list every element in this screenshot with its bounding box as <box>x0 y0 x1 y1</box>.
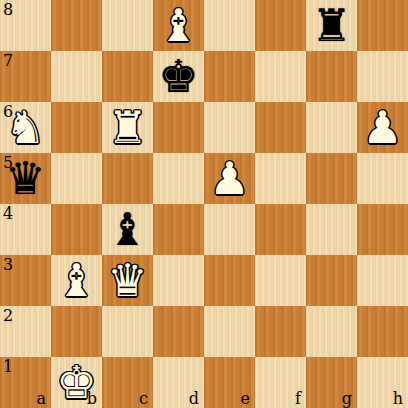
square-g4[interactable] <box>306 204 357 255</box>
black-rook[interactable]: ♜ <box>306 0 357 51</box>
black-bishop[interactable]: ♝ <box>102 204 153 255</box>
square-g3[interactable] <box>306 255 357 306</box>
square-g2[interactable] <box>306 306 357 357</box>
square-c6[interactable]: ♜ <box>102 102 153 153</box>
square-h1[interactable]: h <box>357 357 408 408</box>
square-h6[interactable]: ♟ <box>357 102 408 153</box>
black-queen[interactable]: ♛ <box>0 153 51 204</box>
square-c3[interactable]: ♛ <box>102 255 153 306</box>
white-king[interactable]: ♚ <box>51 357 102 408</box>
file-label: g <box>342 391 352 407</box>
square-e2[interactable] <box>204 306 255 357</box>
square-h7[interactable] <box>357 51 408 102</box>
square-h3[interactable] <box>357 255 408 306</box>
square-g6[interactable] <box>306 102 357 153</box>
square-b2[interactable] <box>51 306 102 357</box>
white-bishop[interactable]: ♝ <box>51 255 102 306</box>
square-a4[interactable]: 4 <box>0 204 51 255</box>
square-f3[interactable] <box>255 255 306 306</box>
square-e3[interactable] <box>204 255 255 306</box>
square-g7[interactable] <box>306 51 357 102</box>
square-d7[interactable]: ♚ <box>153 51 204 102</box>
square-c8[interactable] <box>102 0 153 51</box>
square-d5[interactable] <box>153 153 204 204</box>
file-label: e <box>241 391 250 407</box>
square-e4[interactable] <box>204 204 255 255</box>
white-pawn[interactable]: ♟ <box>204 153 255 204</box>
square-a3[interactable]: 3 <box>0 255 51 306</box>
file-label: f <box>295 391 301 407</box>
chess-board: 8♝♜7♚6♞♜♟5♛♟4♝3♝♛21ab♚cdefgh <box>0 0 408 408</box>
white-rook[interactable]: ♜ <box>102 102 153 153</box>
square-b3[interactable]: ♝ <box>51 255 102 306</box>
black-king[interactable]: ♚ <box>153 51 204 102</box>
square-a6[interactable]: 6♞ <box>0 102 51 153</box>
rank-label: 7 <box>3 51 13 70</box>
file-label: a <box>36 391 46 407</box>
square-g1[interactable]: g <box>306 357 357 408</box>
square-e8[interactable] <box>204 0 255 51</box>
square-h8[interactable] <box>357 0 408 51</box>
square-d4[interactable] <box>153 204 204 255</box>
square-f7[interactable] <box>255 51 306 102</box>
square-f1[interactable]: f <box>255 357 306 408</box>
white-knight[interactable]: ♞ <box>0 102 51 153</box>
square-a7[interactable]: 7 <box>0 51 51 102</box>
square-b8[interactable] <box>51 0 102 51</box>
square-h4[interactable] <box>357 204 408 255</box>
square-e7[interactable] <box>204 51 255 102</box>
square-e1[interactable]: e <box>204 357 255 408</box>
square-d6[interactable] <box>153 102 204 153</box>
square-d1[interactable]: d <box>153 357 204 408</box>
rank-label: 3 <box>3 255 13 274</box>
square-f8[interactable] <box>255 0 306 51</box>
square-c7[interactable] <box>102 51 153 102</box>
square-a8[interactable]: 8 <box>0 0 51 51</box>
square-a1[interactable]: 1a <box>0 357 51 408</box>
square-b4[interactable] <box>51 204 102 255</box>
file-label: c <box>139 391 148 407</box>
square-b6[interactable] <box>51 102 102 153</box>
square-h5[interactable] <box>357 153 408 204</box>
square-b5[interactable] <box>51 153 102 204</box>
square-e5[interactable]: ♟ <box>204 153 255 204</box>
file-label: h <box>393 391 403 407</box>
square-f4[interactable] <box>255 204 306 255</box>
square-f2[interactable] <box>255 306 306 357</box>
rank-label: 8 <box>3 0 13 19</box>
square-h2[interactable] <box>357 306 408 357</box>
square-d8[interactable]: ♝ <box>153 0 204 51</box>
square-a2[interactable]: 2 <box>0 306 51 357</box>
square-c2[interactable] <box>102 306 153 357</box>
square-c1[interactable]: c <box>102 357 153 408</box>
square-f5[interactable] <box>255 153 306 204</box>
square-b7[interactable] <box>51 51 102 102</box>
square-g5[interactable] <box>306 153 357 204</box>
square-c5[interactable] <box>102 153 153 204</box>
square-g8[interactable]: ♜ <box>306 0 357 51</box>
square-e6[interactable] <box>204 102 255 153</box>
rank-label: 1 <box>3 357 13 376</box>
white-bishop[interactable]: ♝ <box>153 0 204 51</box>
white-queen[interactable]: ♛ <box>102 255 153 306</box>
rank-label: 2 <box>3 306 13 325</box>
square-f6[interactable] <box>255 102 306 153</box>
rank-label: 4 <box>3 204 13 223</box>
square-c4[interactable]: ♝ <box>102 204 153 255</box>
square-a5[interactable]: 5♛ <box>0 153 51 204</box>
file-label: d <box>189 391 199 407</box>
white-pawn[interactable]: ♟ <box>357 102 408 153</box>
square-d3[interactable] <box>153 255 204 306</box>
square-d2[interactable] <box>153 306 204 357</box>
square-b1[interactable]: b♚ <box>51 357 102 408</box>
